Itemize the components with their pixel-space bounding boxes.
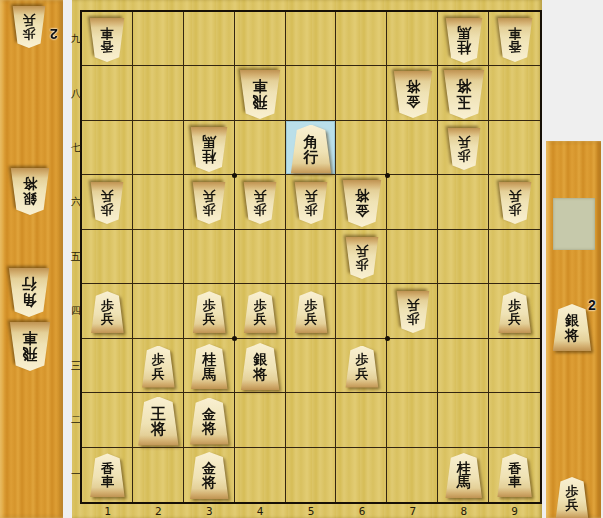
board-cell-5三[interactable] <box>286 339 337 393</box>
piece-face: 飛車 <box>9 322 51 371</box>
board-cell-1五[interactable] <box>82 230 133 284</box>
board-cell-5一[interactable] <box>286 448 337 502</box>
shogi-piece-歩兵-6三[interactable]: 歩兵 <box>345 346 379 388</box>
board-cell-3八[interactable] <box>184 66 235 120</box>
shogi-piece-歩兵-7四[interactable]: 歩兵 <box>396 291 430 333</box>
board-cell-7九[interactable] <box>387 12 438 66</box>
piece-face: 歩兵 <box>90 182 124 224</box>
rank-label-二: 二 <box>72 393 80 447</box>
shogi-piece-歩兵-4四[interactable]: 歩兵 <box>243 291 277 333</box>
piece-face: 歩兵 <box>294 182 328 224</box>
piece-face: 角行 <box>8 268 50 317</box>
piece-face: 玉将 <box>443 70 485 119</box>
piece-face: 金将 <box>189 398 229 445</box>
shogi-piece-金将-7八[interactable]: 金将 <box>393 71 433 118</box>
board-cell-5九[interactable] <box>286 12 337 66</box>
file-label-8: 8 <box>438 505 489 518</box>
hand-piece-top-角行[interactable]: 角行 <box>8 268 50 317</box>
board-cell-2七[interactable] <box>133 121 184 175</box>
piece-face: 香車 <box>497 18 533 62</box>
piece-face: 金将 <box>189 452 229 499</box>
hand-piece-bottom-銀将[interactable]: 銀将 <box>552 304 592 351</box>
hand-piece-top-飛車[interactable]: 飛車 <box>9 322 51 371</box>
piece-face: 歩兵 <box>90 291 124 333</box>
board-cell-5二[interactable] <box>286 393 337 447</box>
shogi-piece-桂馬-3三[interactable]: 桂馬 <box>190 344 228 389</box>
shogi-piece-歩兵-9四[interactable]: 歩兵 <box>498 291 532 333</box>
shogi-piece-王将-2二[interactable]: 王将 <box>137 397 179 446</box>
captured-pieces-stand-bottom-player[interactable]: 銀将2歩兵 <box>546 141 601 518</box>
rank-label-三: 三 <box>72 338 80 392</box>
board-cell-5八[interactable] <box>286 66 337 120</box>
file-label-7: 7 <box>387 505 438 518</box>
captured-pieces-stand-top-player[interactable]: 歩兵2銀将角行飛車 <box>0 0 63 518</box>
shogi-piece-香車-1九[interactable]: 香車 <box>89 18 125 62</box>
piece-face: 銀将 <box>552 304 592 351</box>
shogi-piece-金将-3一[interactable]: 金将 <box>189 452 229 499</box>
board-cell-4二[interactable] <box>235 393 286 447</box>
rank-label-六: 六 <box>72 175 80 229</box>
stand-highlight <box>553 198 595 250</box>
shogi-piece-香車-9一[interactable]: 香車 <box>497 453 533 497</box>
piece-face: 桂馬 <box>445 18 483 63</box>
board-cell-4五[interactable] <box>235 230 286 284</box>
shogi-piece-香車-1一[interactable]: 香車 <box>89 453 125 497</box>
rank-label-七: 七 <box>72 121 80 175</box>
shogi-piece-玉将-8八[interactable]: 玉将 <box>443 70 485 119</box>
piece-face: 銀将 <box>240 343 280 390</box>
board-cell-8三[interactable] <box>438 339 489 393</box>
board-cell-5五[interactable] <box>286 230 337 284</box>
file-label-3: 3 <box>184 505 235 518</box>
shogi-piece-歩兵-2三[interactable]: 歩兵 <box>141 346 175 388</box>
piece-face: 歩兵 <box>294 291 328 333</box>
board-cell-8六[interactable] <box>438 175 489 229</box>
rank-label-四: 四 <box>72 284 80 338</box>
hand-count-bottom-銀将: 2 <box>588 297 596 313</box>
piece-face: 歩兵 <box>141 346 175 388</box>
board-cell-7一[interactable] <box>387 448 438 502</box>
board-cell-7五[interactable] <box>387 230 438 284</box>
shogi-board: 九八七六五四三二一123456789香車桂馬香車飛車金将玉将桂馬角行歩兵歩兵歩兵… <box>72 0 542 518</box>
rank-label-八: 八 <box>72 66 80 120</box>
board-cell-8二[interactable] <box>438 393 489 447</box>
shogi-piece-桂馬-3七[interactable]: 桂馬 <box>190 127 228 172</box>
piece-face: 香車 <box>89 453 125 497</box>
shogi-piece-歩兵-4六[interactable]: 歩兵 <box>243 182 277 224</box>
file-label-1: 1 <box>82 505 133 518</box>
board-cell-1八[interactable] <box>82 66 133 120</box>
piece-face: 歩兵 <box>555 477 589 518</box>
board-cell-1三[interactable] <box>82 339 133 393</box>
board-cell-2九[interactable] <box>133 12 184 66</box>
shogi-piece-角行-5七[interactable]: 角行 <box>290 125 332 174</box>
board-cell-1七[interactable] <box>82 121 133 175</box>
board-cell-7二[interactable] <box>387 393 438 447</box>
piece-face: 角行 <box>290 125 332 174</box>
piece-face: 王将 <box>137 397 179 446</box>
shogi-piece-銀将-4三[interactable]: 銀将 <box>240 343 280 390</box>
rank-label-五: 五 <box>72 230 80 284</box>
hand-piece-top-銀将[interactable]: 銀将 <box>10 168 50 215</box>
piece-face: 金将 <box>393 71 433 118</box>
hand-piece-bottom-歩兵[interactable]: 歩兵 <box>555 477 589 518</box>
hand-count-top-歩兵: 2 <box>50 26 58 42</box>
piece-face: 歩兵 <box>12 6 46 48</box>
shogi-piece-桂馬-8九[interactable]: 桂馬 <box>445 18 483 63</box>
board-cell-3九[interactable] <box>184 12 235 66</box>
file-label-2: 2 <box>133 505 184 518</box>
hoshi-dot <box>385 173 390 178</box>
board-cell-9五[interactable] <box>489 230 540 284</box>
piece-face: 歩兵 <box>192 291 226 333</box>
piece-face: 桂馬 <box>445 453 483 498</box>
piece-face: 歩兵 <box>447 128 481 170</box>
piece-face: 歩兵 <box>192 182 226 224</box>
piece-face: 歩兵 <box>345 237 379 279</box>
board-cell-8五[interactable] <box>438 230 489 284</box>
board-cell-6九[interactable] <box>336 12 387 66</box>
board-cell-8四[interactable] <box>438 284 489 338</box>
piece-face: 歩兵 <box>498 291 532 333</box>
board-cell-6八[interactable] <box>336 66 387 120</box>
piece-face: 金将 <box>342 180 382 227</box>
piece-face: 銀将 <box>10 168 50 215</box>
shogi-piece-歩兵-9六[interactable]: 歩兵 <box>498 182 532 224</box>
shogi-piece-歩兵-5四[interactable]: 歩兵 <box>294 291 328 333</box>
board-cell-4七[interactable] <box>235 121 286 175</box>
shogi-piece-香車-9九[interactable]: 香車 <box>497 18 533 62</box>
board-cell-9二[interactable] <box>489 393 540 447</box>
piece-face: 香車 <box>89 18 125 62</box>
piece-face: 歩兵 <box>243 182 277 224</box>
file-label-6: 6 <box>337 505 388 518</box>
board-cell-2八[interactable] <box>133 66 184 120</box>
board-cell-1二[interactable] <box>82 393 133 447</box>
board-cell-7六[interactable] <box>387 175 438 229</box>
board-cell-9八[interactable] <box>489 66 540 120</box>
shogi-piece-歩兵-1四[interactable]: 歩兵 <box>90 291 124 333</box>
piece-face: 桂馬 <box>190 344 228 389</box>
board-cell-4一[interactable] <box>235 448 286 502</box>
shogi-piece-歩兵-1六[interactable]: 歩兵 <box>90 182 124 224</box>
board-cell-7三[interactable] <box>387 339 438 393</box>
board-cell-7七[interactable] <box>387 121 438 175</box>
board-cell-6四[interactable] <box>336 284 387 338</box>
shogi-piece-歩兵-3六[interactable]: 歩兵 <box>192 182 226 224</box>
piece-face: 歩兵 <box>498 182 532 224</box>
piece-face: 歩兵 <box>345 346 379 388</box>
shogi-piece-歩兵-5六[interactable]: 歩兵 <box>294 182 328 224</box>
shogi-app: 歩兵2銀将角行飛車 九八七六五四三二一123456789香車桂馬香車飛車金将玉将… <box>0 0 603 518</box>
board-cell-2四[interactable] <box>133 284 184 338</box>
shogi-piece-歩兵-3四[interactable]: 歩兵 <box>192 291 226 333</box>
piece-face: 歩兵 <box>396 291 430 333</box>
file-label-4: 4 <box>235 505 286 518</box>
rank-label-九: 九 <box>72 12 80 66</box>
board-cell-6一[interactable] <box>336 448 387 502</box>
board-cell-2六[interactable] <box>133 175 184 229</box>
shogi-piece-金将-6六[interactable]: 金将 <box>342 180 382 227</box>
piece-face: 飛車 <box>239 70 281 119</box>
rank-label-一: 一 <box>72 447 80 501</box>
board-cell-2一[interactable] <box>133 448 184 502</box>
file-label-5: 5 <box>286 505 337 518</box>
hoshi-dot <box>232 173 237 178</box>
hand-piece-top-歩兵[interactable]: 歩兵 <box>12 6 46 48</box>
board-cell-4九[interactable] <box>235 12 286 66</box>
piece-face: 歩兵 <box>243 291 277 333</box>
shogi-piece-飛車-4八[interactable]: 飛車 <box>239 70 281 119</box>
hoshi-dot <box>385 336 390 341</box>
file-label-9: 9 <box>489 505 540 518</box>
board-cell-2五[interactable] <box>133 230 184 284</box>
board-cell-9七[interactable] <box>489 121 540 175</box>
board-cell-6二[interactable] <box>336 393 387 447</box>
shogi-piece-桂馬-8一[interactable]: 桂馬 <box>445 453 483 498</box>
board-cell-9三[interactable] <box>489 339 540 393</box>
shogi-piece-歩兵-6五[interactable]: 歩兵 <box>345 237 379 279</box>
piece-face: 香車 <box>497 453 533 497</box>
board-cell-6七[interactable] <box>336 121 387 175</box>
shogi-piece-金将-3二[interactable]: 金将 <box>189 398 229 445</box>
board-cell-3五[interactable] <box>184 230 235 284</box>
piece-face: 桂馬 <box>190 127 228 172</box>
shogi-piece-歩兵-8七[interactable]: 歩兵 <box>447 128 481 170</box>
